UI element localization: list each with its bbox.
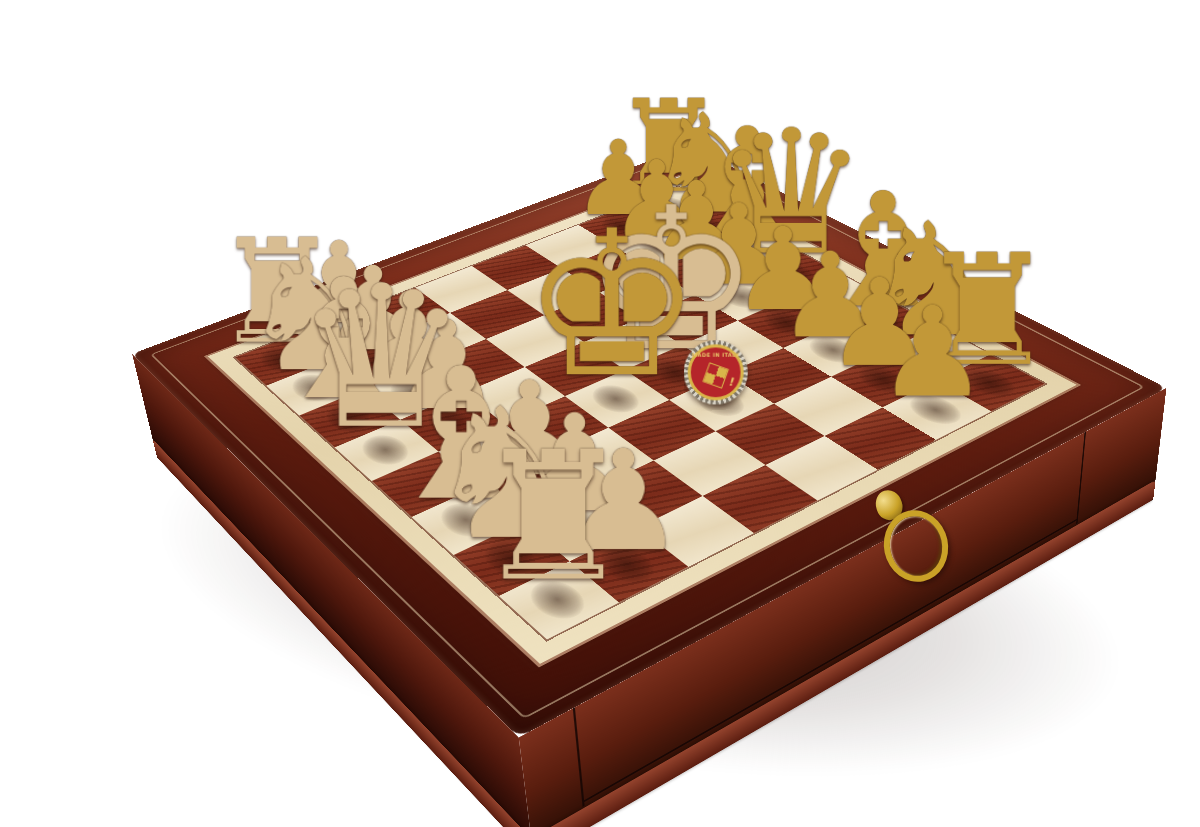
medallion-chessboard-logo <box>704 363 728 387</box>
fallen-pawn-medallion: MADE IN ITALY! <box>683 340 747 404</box>
chess-set-scene: ♜♞♝♛♝♞♜♟♟♟♟♟♟♟♟♚MADE IN ITALY!♚♟♟♟♟♟♟♟♜♞… <box>225 0 1025 770</box>
medallion-label: MADE IN ITALY <box>691 352 741 358</box>
white-rook: ♜ <box>473 433 632 602</box>
drawer-seam <box>573 707 585 807</box>
drawer-ring-pull[interactable] <box>862 488 952 598</box>
medallion-exclamation: ! <box>727 375 736 389</box>
chess-case-top-frame: ♜♞♝♛♝♞♜♟♟♟♟♟♟♟♟♚MADE IN ITALY!♚♟♟♟♟♟♟♟♜♞… <box>132 146 1166 738</box>
black-pawn: ♟ <box>876 293 988 411</box>
medallion-face: MADE IN ITALY! <box>688 344 744 400</box>
drawer-seam <box>1076 431 1086 524</box>
